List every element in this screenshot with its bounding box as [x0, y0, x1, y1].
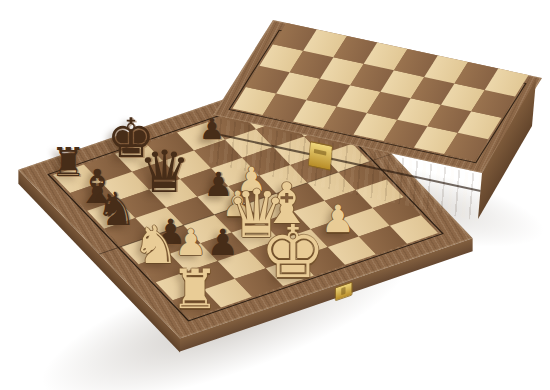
white-rook[interactable]: ♜: [171, 263, 219, 317]
black-pawn[interactable]: ♟: [206, 225, 239, 261]
black-queen[interactable]: ♛: [138, 143, 190, 201]
chess-set-product-photo: ♟♚♜♟♛♟♝♟♝♞♟♛♟♟♟♞♚♜: [0, 0, 550, 390]
white-king[interactable]: ♚: [260, 216, 325, 289]
black-pawn[interactable]: ♟: [199, 115, 225, 144]
white-pawn[interactable]: ♟: [321, 202, 355, 240]
black-knight[interactable]: ♞: [96, 186, 137, 232]
case-clasp[interactable]: [308, 141, 333, 171]
white-pawn[interactable]: ♟: [174, 224, 207, 260]
